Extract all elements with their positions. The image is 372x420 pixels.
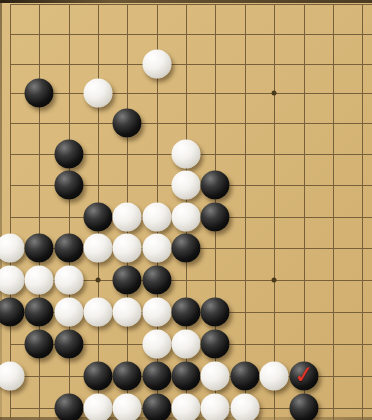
white-stone	[260, 362, 289, 391]
white-stone	[142, 49, 171, 78]
black-stone	[54, 171, 83, 200]
black-stone	[172, 362, 201, 391]
black-stone	[172, 234, 201, 263]
white-stone	[172, 394, 201, 420]
black-stone	[0, 298, 25, 327]
black-stone	[289, 394, 318, 420]
grid-line-vertical	[333, 4, 334, 420]
white-stone	[0, 266, 25, 295]
black-stone	[230, 362, 259, 391]
white-stone	[0, 234, 25, 263]
grid-line-vertical	[10, 4, 11, 420]
black-stone	[142, 362, 171, 391]
grid-line-vertical	[245, 4, 246, 420]
black-stone	[54, 394, 83, 420]
grid-line-horizontal	[10, 93, 372, 94]
black-stone	[25, 234, 54, 263]
black-stone	[25, 79, 54, 108]
white-stone	[84, 79, 113, 108]
black-stone	[201, 330, 230, 359]
black-stone	[54, 139, 83, 168]
black-stone	[113, 266, 142, 295]
white-stone	[142, 234, 171, 263]
white-stone	[230, 394, 259, 420]
black-stone	[84, 362, 113, 391]
white-stone	[54, 298, 83, 327]
black-stone	[289, 362, 318, 391]
grid-line-vertical	[274, 4, 275, 420]
grid-line-horizontal	[10, 4, 372, 5]
white-stone	[172, 171, 201, 200]
black-stone	[54, 330, 83, 359]
white-stone	[201, 394, 230, 420]
white-stone	[84, 394, 113, 420]
black-stone	[201, 171, 230, 200]
white-stone	[113, 234, 142, 263]
grid-line-horizontal	[10, 123, 372, 124]
black-stone	[25, 298, 54, 327]
white-stone	[0, 362, 25, 391]
board-top-edge-shadow	[0, 0, 372, 3]
white-stone	[113, 298, 142, 327]
black-stone	[25, 330, 54, 359]
black-stone	[54, 234, 83, 263]
white-stone	[54, 266, 83, 295]
white-stone	[142, 202, 171, 231]
grid-line-horizontal	[10, 64, 372, 65]
black-stone	[172, 298, 201, 327]
white-stone	[142, 330, 171, 359]
white-stone	[84, 298, 113, 327]
white-stone	[172, 202, 201, 231]
star-point	[272, 91, 277, 96]
white-stone	[113, 394, 142, 420]
black-stone	[201, 298, 230, 327]
black-stone	[84, 202, 113, 231]
white-stone	[84, 234, 113, 263]
grid-line-vertical	[362, 4, 363, 420]
star-point	[96, 278, 101, 283]
star-point	[272, 278, 277, 283]
black-stone	[142, 394, 171, 420]
black-stone	[142, 266, 171, 295]
board-left-edge-shadow	[0, 0, 2, 420]
white-stone	[142, 298, 171, 327]
white-stone	[113, 202, 142, 231]
white-stone	[172, 139, 201, 168]
grid-line-vertical	[304, 4, 305, 420]
black-stone	[113, 109, 142, 138]
white-stone	[172, 330, 201, 359]
black-stone	[201, 202, 230, 231]
black-stone	[113, 362, 142, 391]
white-stone	[25, 266, 54, 295]
white-stone	[201, 362, 230, 391]
go-board[interactable]: ✓	[0, 0, 372, 420]
grid-line-horizontal	[10, 34, 372, 35]
